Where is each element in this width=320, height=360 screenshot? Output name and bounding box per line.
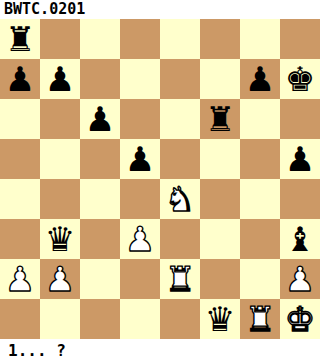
black-pawn: ♟: [285, 139, 315, 179]
square-h3[interactable]: ♝: [280, 219, 320, 259]
square-b7[interactable]: ♟: [40, 59, 80, 99]
square-d5[interactable]: ♟: [120, 139, 160, 179]
square-g7[interactable]: ♟: [240, 59, 280, 99]
square-h7[interactable]: ♚: [280, 59, 320, 99]
square-g5[interactable]: [240, 139, 280, 179]
white-pawn: ♟: [285, 259, 315, 299]
white-king: ♚: [285, 299, 315, 339]
white-pawn: ♟: [125, 219, 155, 259]
square-e7[interactable]: [160, 59, 200, 99]
black-pawn: ♟: [125, 139, 155, 179]
square-a4[interactable]: [0, 179, 40, 219]
square-c2[interactable]: [80, 259, 120, 299]
square-c1[interactable]: [80, 299, 120, 339]
square-g2[interactable]: [240, 259, 280, 299]
black-pawn: ♟: [45, 59, 75, 99]
square-d6[interactable]: [120, 99, 160, 139]
black-pawn: ♟: [5, 59, 35, 99]
square-d7[interactable]: [120, 59, 160, 99]
square-h4[interactable]: [280, 179, 320, 219]
black-queen: ♛: [205, 299, 235, 339]
black-pawn: ♟: [85, 99, 115, 139]
square-h1[interactable]: ♚: [280, 299, 320, 339]
black-bishop: ♝: [285, 219, 315, 259]
square-b2[interactable]: ♟: [40, 259, 80, 299]
square-b3[interactable]: ♛: [40, 219, 80, 259]
black-pawn: ♟: [245, 59, 275, 99]
square-b5[interactable]: [40, 139, 80, 179]
square-b6[interactable]: [40, 99, 80, 139]
square-e6[interactable]: [160, 99, 200, 139]
square-b1[interactable]: [40, 299, 80, 339]
square-d2[interactable]: [120, 259, 160, 299]
square-c4[interactable]: [80, 179, 120, 219]
white-pawn: ♟: [5, 259, 35, 299]
square-f4[interactable]: [200, 179, 240, 219]
square-g6[interactable]: [240, 99, 280, 139]
white-rook: ♜: [165, 259, 195, 299]
white-rook: ♜: [245, 299, 275, 339]
square-g8[interactable]: [240, 19, 280, 59]
square-b8[interactable]: [40, 19, 80, 59]
square-g4[interactable]: [240, 179, 280, 219]
square-a5[interactable]: [0, 139, 40, 179]
square-f7[interactable]: [200, 59, 240, 99]
puzzle-title: BWTC.0201: [0, 0, 320, 19]
square-h5[interactable]: ♟: [280, 139, 320, 179]
square-f6[interactable]: ♜: [200, 99, 240, 139]
square-e5[interactable]: [160, 139, 200, 179]
white-knight: ♞: [165, 179, 195, 219]
square-f5[interactable]: [200, 139, 240, 179]
square-a1[interactable]: [0, 299, 40, 339]
square-c8[interactable]: [80, 19, 120, 59]
black-rook: ♜: [205, 99, 235, 139]
square-f3[interactable]: [200, 219, 240, 259]
square-d1[interactable]: [120, 299, 160, 339]
black-queen: ♛: [45, 219, 75, 259]
square-c6[interactable]: ♟: [80, 99, 120, 139]
square-g3[interactable]: [240, 219, 280, 259]
square-a3[interactable]: [0, 219, 40, 259]
black-king: ♚: [285, 59, 315, 99]
chess-board: ♜♟♟♟♚♟♜♟♟♞♛♟♝♟♟♜♟♛♜♚: [0, 19, 320, 339]
square-h6[interactable]: [280, 99, 320, 139]
square-c5[interactable]: [80, 139, 120, 179]
square-d8[interactable]: [120, 19, 160, 59]
square-f8[interactable]: [200, 19, 240, 59]
square-h8[interactable]: [280, 19, 320, 59]
square-b4[interactable]: [40, 179, 80, 219]
square-a2[interactable]: ♟: [0, 259, 40, 299]
square-f1[interactable]: ♛: [200, 299, 240, 339]
square-a7[interactable]: ♟: [0, 59, 40, 99]
square-c7[interactable]: [80, 59, 120, 99]
square-e8[interactable]: [160, 19, 200, 59]
square-e4[interactable]: ♞: [160, 179, 200, 219]
square-f2[interactable]: [200, 259, 240, 299]
square-a8[interactable]: ♜: [0, 19, 40, 59]
white-pawn: ♟: [45, 259, 75, 299]
square-d4[interactable]: [120, 179, 160, 219]
square-d3[interactable]: ♟: [120, 219, 160, 259]
move-prompt: 1... ?: [0, 339, 320, 360]
black-rook: ♜: [5, 19, 35, 59]
square-c3[interactable]: [80, 219, 120, 259]
square-e2[interactable]: ♜: [160, 259, 200, 299]
square-e3[interactable]: [160, 219, 200, 259]
chess-puzzle-page: BWTC.0201 ♜♟♟♟♚♟♜♟♟♞♛♟♝♟♟♜♟♛♜♚ 1... ?: [0, 0, 320, 360]
square-g1[interactable]: ♜: [240, 299, 280, 339]
square-h2[interactable]: ♟: [280, 259, 320, 299]
square-e1[interactable]: [160, 299, 200, 339]
square-a6[interactable]: [0, 99, 40, 139]
